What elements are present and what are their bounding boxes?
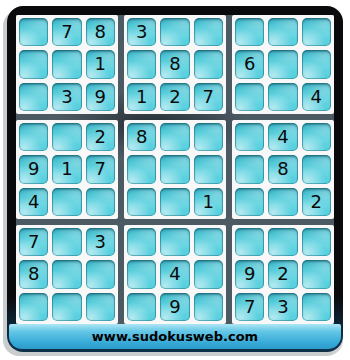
block-r3c1: 738 xyxy=(16,225,118,324)
cell-r3c6[interactable]: 7 xyxy=(194,83,223,111)
cell-r3c7[interactable] xyxy=(235,83,264,111)
cell-r2c8[interactable] xyxy=(268,50,297,78)
cell-r8c7[interactable]: 9 xyxy=(235,260,264,288)
cell-r7c5[interactable] xyxy=(160,228,189,256)
cell-r6c4[interactable] xyxy=(127,188,156,216)
cell-r7c8[interactable] xyxy=(268,228,297,256)
sudoku-grid: 7813938127642917481482738499273 xyxy=(16,15,334,324)
cell-r4c2[interactable] xyxy=(52,123,81,151)
cell-r4c6[interactable] xyxy=(194,123,223,151)
cell-r2c4[interactable] xyxy=(127,50,156,78)
cell-r2c3[interactable]: 1 xyxy=(86,50,115,78)
cell-r3c2[interactable]: 3 xyxy=(52,83,81,111)
cell-r1c1[interactable] xyxy=(19,18,48,46)
footer-band: www.sudokusweb.com xyxy=(9,324,341,349)
cell-r3c8[interactable] xyxy=(268,83,297,111)
cell-r5c3[interactable]: 7 xyxy=(86,155,115,183)
block-r2c3: 482 xyxy=(232,120,334,219)
cell-r7c7[interactable] xyxy=(235,228,264,256)
cell-r9c6[interactable] xyxy=(194,293,223,321)
cell-r9c1[interactable] xyxy=(19,293,48,321)
cell-r4c1[interactable] xyxy=(19,123,48,151)
cell-r1c6[interactable] xyxy=(194,18,223,46)
cell-r9c4[interactable] xyxy=(127,293,156,321)
block-r1c1: 78139 xyxy=(16,15,118,114)
block-r2c2: 81 xyxy=(124,120,226,219)
cell-r9c8[interactable]: 3 xyxy=(268,293,297,321)
cell-r7c4[interactable] xyxy=(127,228,156,256)
cell-r8c1[interactable]: 8 xyxy=(19,260,48,288)
cell-r5c6[interactable] xyxy=(194,155,223,183)
cell-r9c9[interactable] xyxy=(302,293,331,321)
cell-r6c7[interactable] xyxy=(235,188,264,216)
cell-r2c6[interactable] xyxy=(194,50,223,78)
cell-r9c2[interactable] xyxy=(52,293,81,321)
cell-r3c4[interactable]: 1 xyxy=(127,83,156,111)
cell-r2c7[interactable]: 6 xyxy=(235,50,264,78)
cell-r4c4[interactable]: 8 xyxy=(127,123,156,151)
cell-r1c3[interactable]: 8 xyxy=(86,18,115,46)
cell-r8c9[interactable] xyxy=(302,260,331,288)
cell-r7c9[interactable] xyxy=(302,228,331,256)
page: 7813938127642917481482738499273 www.sudo… xyxy=(0,0,350,360)
cell-r1c7[interactable] xyxy=(235,18,264,46)
cell-r1c5[interactable] xyxy=(160,18,189,46)
cell-r2c2[interactable] xyxy=(52,50,81,78)
cell-r4c3[interactable]: 2 xyxy=(86,123,115,151)
cell-r7c6[interactable] xyxy=(194,228,223,256)
cell-r8c6[interactable] xyxy=(194,260,223,288)
cell-r6c3[interactable] xyxy=(86,188,115,216)
cell-r1c8[interactable] xyxy=(268,18,297,46)
cell-r8c3[interactable] xyxy=(86,260,115,288)
cell-r3c9[interactable]: 4 xyxy=(302,83,331,111)
cell-r4c9[interactable] xyxy=(302,123,331,151)
block-r2c1: 29174 xyxy=(16,120,118,219)
cell-r5c5[interactable] xyxy=(160,155,189,183)
site-url: www.sudokusweb.com xyxy=(92,329,258,344)
cell-r4c7[interactable] xyxy=(235,123,264,151)
block-r1c2: 38127 xyxy=(124,15,226,114)
cell-r1c9[interactable] xyxy=(302,18,331,46)
block-r3c2: 49 xyxy=(124,225,226,324)
cell-r4c5[interactable] xyxy=(160,123,189,151)
cell-r8c5[interactable]: 4 xyxy=(160,260,189,288)
block-r3c3: 9273 xyxy=(232,225,334,324)
cell-r6c1[interactable]: 4 xyxy=(19,188,48,216)
cell-r8c8[interactable]: 2 xyxy=(268,260,297,288)
cell-r8c4[interactable] xyxy=(127,260,156,288)
cell-r5c4[interactable] xyxy=(127,155,156,183)
cell-r3c3[interactable]: 9 xyxy=(86,83,115,111)
cell-r7c2[interactable] xyxy=(52,228,81,256)
cell-r6c6[interactable]: 1 xyxy=(194,188,223,216)
cell-r7c3[interactable]: 3 xyxy=(86,228,115,256)
cell-r6c8[interactable] xyxy=(268,188,297,216)
cell-r2c9[interactable] xyxy=(302,50,331,78)
cell-r5c8[interactable]: 8 xyxy=(268,155,297,183)
cell-r5c9[interactable] xyxy=(302,155,331,183)
cell-r7c1[interactable]: 7 xyxy=(19,228,48,256)
block-r1c3: 64 xyxy=(232,15,334,114)
cell-r5c1[interactable]: 9 xyxy=(19,155,48,183)
cell-r9c5[interactable]: 9 xyxy=(160,293,189,321)
cell-r1c4[interactable]: 3 xyxy=(127,18,156,46)
cell-r4c8[interactable]: 4 xyxy=(268,123,297,151)
cell-r9c3[interactable] xyxy=(86,293,115,321)
cell-r3c5[interactable]: 2 xyxy=(160,83,189,111)
sudoku-board: 7813938127642917481482738499273 www.sudo… xyxy=(7,6,343,352)
cell-r5c7[interactable] xyxy=(235,155,264,183)
cell-r8c2[interactable] xyxy=(52,260,81,288)
cell-r5c2[interactable]: 1 xyxy=(52,155,81,183)
cell-r6c5[interactable] xyxy=(160,188,189,216)
cell-r2c1[interactable] xyxy=(19,50,48,78)
cell-r9c7[interactable]: 7 xyxy=(235,293,264,321)
cell-r2c5[interactable]: 8 xyxy=(160,50,189,78)
cell-r1c2[interactable]: 7 xyxy=(52,18,81,46)
cell-r6c2[interactable] xyxy=(52,188,81,216)
cell-r3c1[interactable] xyxy=(19,83,48,111)
cell-r6c9[interactable]: 2 xyxy=(302,188,331,216)
